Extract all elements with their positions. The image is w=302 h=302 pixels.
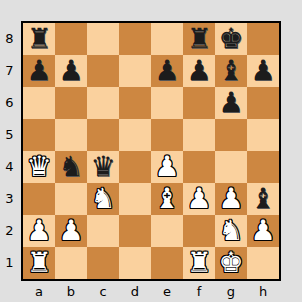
file-label-g: g (215, 283, 247, 301)
piece-black-knight-b4: ♞ (55, 151, 87, 183)
square-h2[interactable]: ♟ (247, 215, 279, 247)
square-d2[interactable] (119, 215, 151, 247)
square-f7[interactable]: ♟ (183, 55, 215, 87)
square-h7[interactable]: ♟ (247, 55, 279, 87)
square-g1[interactable]: ♚ (215, 247, 247, 279)
chess-diagram: ♜♜♚♟♟♟♟♝♟♟♛♞♛♟♞♝♟♟♝♟♟♞♟♜♜♚ 87654321 abcd… (0, 0, 302, 302)
square-d7[interactable] (119, 55, 151, 87)
piece-black-pawn-f7: ♟ (183, 55, 215, 87)
piece-black-bishop-g7: ♝ (215, 55, 247, 87)
piece-black-rook-f8: ♜ (183, 23, 215, 55)
square-e2[interactable] (151, 215, 183, 247)
piece-white-pawn-g3: ♟ (215, 183, 247, 215)
square-d3[interactable] (119, 183, 151, 215)
rank-label-8: 8 (0, 23, 19, 55)
square-f1[interactable]: ♜ (183, 247, 215, 279)
piece-black-pawn-e7: ♟ (151, 55, 183, 87)
square-b6[interactable] (55, 87, 87, 119)
square-d5[interactable] (119, 119, 151, 151)
square-e6[interactable] (151, 87, 183, 119)
square-a8[interactable]: ♜ (23, 23, 55, 55)
square-a5[interactable] (23, 119, 55, 151)
square-b2[interactable]: ♟ (55, 215, 87, 247)
piece-white-bishop-e3: ♝ (151, 183, 183, 215)
square-e4[interactable]: ♟ (151, 151, 183, 183)
square-b5[interactable] (55, 119, 87, 151)
piece-white-rook-f1: ♜ (183, 247, 215, 279)
square-e5[interactable] (151, 119, 183, 151)
file-label-e: e (151, 283, 183, 301)
square-g4[interactable] (215, 151, 247, 183)
piece-black-pawn-b7: ♟ (55, 55, 87, 87)
square-h5[interactable] (247, 119, 279, 151)
square-c3[interactable]: ♞ (87, 183, 119, 215)
square-f2[interactable] (183, 215, 215, 247)
square-b8[interactable] (55, 23, 87, 55)
square-d6[interactable] (119, 87, 151, 119)
square-a4[interactable]: ♛ (23, 151, 55, 183)
file-label-b: b (55, 283, 87, 301)
square-c7[interactable] (87, 55, 119, 87)
square-e3[interactable]: ♝ (151, 183, 183, 215)
piece-black-bishop-h3: ♝ (247, 183, 279, 215)
square-f3[interactable]: ♟ (183, 183, 215, 215)
square-c2[interactable] (87, 215, 119, 247)
rank-label-3: 3 (0, 183, 19, 215)
square-g3[interactable]: ♟ (215, 183, 247, 215)
piece-black-pawn-g6: ♟ (215, 87, 247, 119)
square-g8[interactable]: ♚ (215, 23, 247, 55)
square-c1[interactable] (87, 247, 119, 279)
square-c8[interactable] (87, 23, 119, 55)
piece-white-pawn-h2: ♟ (247, 215, 279, 247)
file-label-c: c (87, 283, 119, 301)
file-label-h: h (247, 283, 279, 301)
square-f8[interactable]: ♜ (183, 23, 215, 55)
piece-black-king-g8: ♚ (215, 23, 247, 55)
rank-label-4: 4 (0, 151, 19, 183)
square-a3[interactable] (23, 183, 55, 215)
square-d8[interactable] (119, 23, 151, 55)
square-b7[interactable]: ♟ (55, 55, 87, 87)
square-h8[interactable] (247, 23, 279, 55)
square-f4[interactable] (183, 151, 215, 183)
square-d1[interactable] (119, 247, 151, 279)
square-f5[interactable] (183, 119, 215, 151)
piece-white-knight-g2: ♞ (215, 215, 247, 247)
square-g2[interactable]: ♞ (215, 215, 247, 247)
square-b4[interactable]: ♞ (55, 151, 87, 183)
square-f6[interactable] (183, 87, 215, 119)
square-a7[interactable]: ♟ (23, 55, 55, 87)
square-c5[interactable] (87, 119, 119, 151)
piece-white-pawn-b2: ♟ (55, 215, 87, 247)
square-g5[interactable] (215, 119, 247, 151)
piece-white-king-g1: ♚ (215, 247, 247, 279)
square-c6[interactable] (87, 87, 119, 119)
piece-black-rook-a8: ♜ (23, 23, 55, 55)
square-h1[interactable] (247, 247, 279, 279)
rank-label-6: 6 (0, 87, 19, 119)
rank-label-5: 5 (0, 119, 19, 151)
square-c4[interactable]: ♛ (87, 151, 119, 183)
file-label-a: a (23, 283, 55, 301)
piece-black-pawn-h7: ♟ (247, 55, 279, 87)
square-a2[interactable]: ♟ (23, 215, 55, 247)
piece-white-pawn-f3: ♟ (183, 183, 215, 215)
piece-white-knight-c3: ♞ (87, 183, 119, 215)
piece-white-queen-a4: ♛ (23, 151, 55, 183)
file-label-d: d (119, 283, 151, 301)
piece-black-pawn-a7: ♟ (23, 55, 55, 87)
square-b3[interactable] (55, 183, 87, 215)
square-d4[interactable] (119, 151, 151, 183)
file-label-f: f (183, 283, 215, 301)
square-e1[interactable] (151, 247, 183, 279)
square-a1[interactable]: ♜ (23, 247, 55, 279)
square-a6[interactable] (23, 87, 55, 119)
piece-white-rook-a1: ♜ (23, 247, 55, 279)
square-h6[interactable] (247, 87, 279, 119)
square-e8[interactable] (151, 23, 183, 55)
rank-label-7: 7 (0, 55, 19, 87)
square-b1[interactable] (55, 247, 87, 279)
rank-label-1: 1 (0, 247, 19, 279)
piece-white-pawn-e4: ♟ (151, 151, 183, 183)
square-g7[interactable]: ♝ (215, 55, 247, 87)
rank-label-2: 2 (0, 215, 19, 247)
piece-white-pawn-a2: ♟ (23, 215, 55, 247)
square-h3[interactable]: ♝ (247, 183, 279, 215)
square-e7[interactable]: ♟ (151, 55, 183, 87)
piece-black-queen-c4: ♛ (87, 151, 119, 183)
square-h4[interactable] (247, 151, 279, 183)
square-g6[interactable]: ♟ (215, 87, 247, 119)
chess-board: ♜♜♚♟♟♟♟♝♟♟♛♞♛♟♞♝♟♟♝♟♟♞♟♜♜♚ (21, 21, 281, 281)
